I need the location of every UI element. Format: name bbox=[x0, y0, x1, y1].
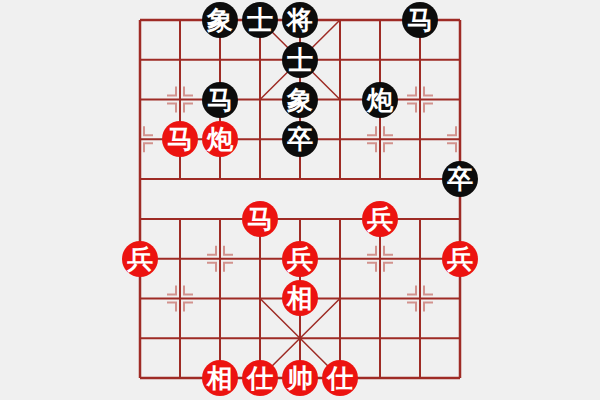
piece-red-elephant[interactable]: 相 bbox=[202, 360, 238, 396]
piece-red-advisor[interactable]: 仕 bbox=[242, 360, 278, 396]
piece-black-horse[interactable]: 马 bbox=[402, 2, 438, 38]
xiangqi-board: 象士将马士马象炮卒卒马炮马兵兵兵兵相相仕帅仕 bbox=[120, 0, 480, 398]
piece-black-advisor[interactable]: 士 bbox=[242, 2, 278, 38]
piece-black-advisor[interactable]: 士 bbox=[282, 42, 318, 78]
piece-red-soldier[interactable]: 兵 bbox=[442, 241, 478, 277]
piece-red-advisor[interactable]: 仕 bbox=[322, 360, 358, 396]
piece-red-horse[interactable]: 马 bbox=[162, 121, 198, 157]
piece-red-soldier[interactable]: 兵 bbox=[362, 201, 398, 237]
piece-black-soldier[interactable]: 卒 bbox=[282, 121, 318, 157]
piece-red-elephant[interactable]: 相 bbox=[282, 280, 318, 316]
xiangqi-app-background: 象士将马士马象炮卒卒马炮马兵兵兵兵相相仕帅仕 bbox=[0, 0, 600, 400]
piece-black-soldier[interactable]: 卒 bbox=[442, 161, 478, 197]
piece-black-elephant[interactable]: 象 bbox=[282, 82, 318, 118]
piece-red-general[interactable]: 帅 bbox=[282, 360, 318, 396]
piece-black-elephant[interactable]: 象 bbox=[202, 2, 238, 38]
piece-black-horse[interactable]: 马 bbox=[202, 82, 238, 118]
piece-red-soldier[interactable]: 兵 bbox=[282, 241, 318, 277]
piece-black-cannon[interactable]: 炮 bbox=[362, 82, 398, 118]
piece-red-cannon[interactable]: 炮 bbox=[202, 121, 238, 157]
piece-black-general[interactable]: 将 bbox=[282, 2, 318, 38]
piece-red-horse[interactable]: 马 bbox=[242, 201, 278, 237]
piece-red-soldier[interactable]: 兵 bbox=[122, 241, 158, 277]
